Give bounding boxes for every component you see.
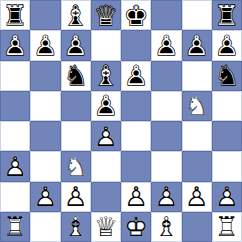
piece-outline-glyph: ♕: [91, 212, 121, 242]
square-g6[interactable]: [182, 61, 212, 91]
piece-outline-glyph: ♖: [0, 0, 30, 30]
piece-outline-glyph: ♗: [61, 212, 91, 242]
square-g8[interactable]: [182, 0, 212, 30]
white-pawn[interactable]: ♟♙: [30, 182, 60, 212]
square-f3[interactable]: [151, 151, 181, 181]
white-rook[interactable]: ♜♖: [212, 212, 242, 242]
square-e2[interactable]: ♟♙: [121, 182, 151, 212]
piece-outline-glyph: ♔: [121, 0, 151, 30]
white-pawn[interactable]: ♟♙: [61, 182, 91, 212]
square-e3[interactable]: [121, 151, 151, 181]
square-g1[interactable]: [182, 212, 212, 242]
square-b2[interactable]: ♟♙: [30, 182, 60, 212]
black-bishop[interactable]: ♝♗: [91, 61, 121, 91]
piece-outline-glyph: ♙: [121, 182, 151, 212]
square-h7[interactable]: ♟♙: [212, 30, 242, 60]
square-f4[interactable]: [151, 121, 181, 151]
black-pawn[interactable]: ♟♙: [0, 30, 30, 60]
piece-outline-glyph: ♙: [30, 30, 60, 60]
white-knight[interactable]: ♞♘: [182, 91, 212, 121]
piece-outline-glyph: ♙: [61, 30, 91, 60]
square-a5[interactable]: [0, 91, 30, 121]
black-pawn[interactable]: ♟♙: [30, 30, 60, 60]
square-h4[interactable]: [212, 121, 242, 151]
black-pawn[interactable]: ♟♙: [61, 30, 91, 60]
piece-outline-glyph: ♖: [0, 212, 30, 242]
square-a3[interactable]: ♟♙: [0, 151, 30, 181]
square-b8[interactable]: [30, 0, 60, 30]
black-bishop[interactable]: ♝♗: [61, 0, 91, 30]
square-g7[interactable]: ♟♙: [182, 30, 212, 60]
white-pawn[interactable]: ♟♙: [121, 182, 151, 212]
black-pawn[interactable]: ♟♙: [212, 30, 242, 60]
piece-outline-glyph: ♙: [182, 182, 212, 212]
black-rook[interactable]: ♜♖: [212, 0, 242, 30]
white-bishop[interactable]: ♝♗: [61, 212, 91, 242]
piece-outline-glyph: ♙: [30, 182, 60, 212]
piece-outline-glyph: ♘: [182, 91, 212, 121]
piece-outline-glyph: ♔: [121, 212, 151, 242]
piece-outline-glyph: ♙: [0, 151, 30, 181]
square-f5[interactable]: [151, 91, 181, 121]
piece-outline-glyph: ♙: [182, 30, 212, 60]
piece-outline-glyph: ♙: [91, 121, 121, 151]
white-knight[interactable]: ♞♘: [61, 151, 91, 181]
white-pawn[interactable]: ♟♙: [182, 182, 212, 212]
piece-outline-glyph: ♗: [91, 61, 121, 91]
square-b5[interactable]: [30, 91, 60, 121]
square-c2[interactable]: ♟♙: [61, 182, 91, 212]
square-f2[interactable]: ♟♙: [151, 182, 181, 212]
square-d6[interactable]: ♝♗: [91, 61, 121, 91]
square-h1[interactable]: ♜♖: [212, 212, 242, 242]
piece-outline-glyph: ♙: [151, 30, 181, 60]
piece-outline-glyph: ♙: [61, 182, 91, 212]
piece-outline-glyph: ♙: [151, 182, 181, 212]
black-king[interactable]: ♚♔: [121, 0, 151, 30]
square-e6[interactable]: ♟♙: [121, 61, 151, 91]
square-d8[interactable]: ♛♕: [91, 0, 121, 30]
piece-outline-glyph: ♗: [151, 212, 181, 242]
square-g5[interactable]: ♞♘: [182, 91, 212, 121]
piece-outline-glyph: ♙: [212, 182, 242, 212]
square-c6[interactable]: ♞♘: [61, 61, 91, 91]
square-b1[interactable]: [30, 212, 60, 242]
white-rook[interactable]: ♜♖: [0, 212, 30, 242]
black-knight[interactable]: ♞♘: [212, 61, 242, 91]
square-f1[interactable]: ♝♗: [151, 212, 181, 242]
square-a6[interactable]: [0, 61, 30, 91]
square-d5[interactable]: ♟♙: [91, 91, 121, 121]
square-d3[interactable]: [91, 151, 121, 181]
square-h8[interactable]: ♜♖: [212, 0, 242, 30]
square-e1[interactable]: ♚♔: [121, 212, 151, 242]
white-pawn[interactable]: ♟♙: [212, 182, 242, 212]
chess-board: ♜♖♝♗♛♕♚♔♜♖♟♙♟♙♟♙♟♙♟♙♟♙♞♘♝♗♟♙♞♘♟♙♞♘♟♙♟♙♞♘…: [0, 0, 242, 242]
piece-outline-glyph: ♙: [0, 30, 30, 60]
white-pawn[interactable]: ♟♙: [91, 121, 121, 151]
piece-outline-glyph: ♗: [61, 0, 91, 30]
square-c1[interactable]: ♝♗: [61, 212, 91, 242]
white-pawn[interactable]: ♟♙: [151, 182, 181, 212]
square-d4[interactable]: ♟♙: [91, 121, 121, 151]
square-h2[interactable]: ♟♙: [212, 182, 242, 212]
square-e7[interactable]: [121, 30, 151, 60]
square-c8[interactable]: ♝♗: [61, 0, 91, 30]
square-g3[interactable]: [182, 151, 212, 181]
square-e8[interactable]: ♚♔: [121, 0, 151, 30]
white-bishop[interactable]: ♝♗: [151, 212, 181, 242]
square-b7[interactable]: ♟♙: [30, 30, 60, 60]
square-f7[interactable]: ♟♙: [151, 30, 181, 60]
piece-outline-glyph: ♕: [91, 0, 121, 30]
square-d7[interactable]: [91, 30, 121, 60]
square-b6[interactable]: [30, 61, 60, 91]
piece-outline-glyph: ♘: [61, 151, 91, 181]
square-c4[interactable]: [61, 121, 91, 151]
black-queen[interactable]: ♛♕: [91, 0, 121, 30]
square-h5[interactable]: [212, 91, 242, 121]
square-f6[interactable]: [151, 61, 181, 91]
black-pawn[interactable]: ♟♙: [121, 61, 151, 91]
square-e5[interactable]: [121, 91, 151, 121]
square-c3[interactable]: ♞♘: [61, 151, 91, 181]
square-b4[interactable]: [30, 121, 60, 151]
square-a2[interactable]: [0, 182, 30, 212]
square-h3[interactable]: [212, 151, 242, 181]
white-pawn[interactable]: ♟♙: [0, 151, 30, 181]
square-a7[interactable]: ♟♙: [0, 30, 30, 60]
piece-outline-glyph: ♖: [212, 0, 242, 30]
square-f8[interactable]: [151, 0, 181, 30]
black-rook[interactable]: ♜♖: [0, 0, 30, 30]
square-g4[interactable]: [182, 121, 212, 151]
piece-outline-glyph: ♙: [91, 91, 121, 121]
square-a4[interactable]: [0, 121, 30, 151]
square-h6[interactable]: ♞♘: [212, 61, 242, 91]
square-c7[interactable]: ♟♙: [61, 30, 91, 60]
square-d2[interactable]: [91, 182, 121, 212]
piece-outline-glyph: ♘: [61, 61, 91, 91]
black-pawn[interactable]: ♟♙: [151, 30, 181, 60]
square-g2[interactable]: ♟♙: [182, 182, 212, 212]
black-pawn[interactable]: ♟♙: [91, 91, 121, 121]
square-a1[interactable]: ♜♖: [0, 212, 30, 242]
square-c5[interactable]: [61, 91, 91, 121]
black-pawn[interactable]: ♟♙: [182, 30, 212, 60]
black-knight[interactable]: ♞♘: [61, 61, 91, 91]
square-e4[interactable]: [121, 121, 151, 151]
square-b3[interactable]: [30, 151, 60, 181]
piece-outline-glyph: ♙: [121, 61, 151, 91]
square-d1[interactable]: ♛♕: [91, 212, 121, 242]
piece-outline-glyph: ♘: [212, 61, 242, 91]
piece-outline-glyph: ♙: [212, 30, 242, 60]
white-king[interactable]: ♚♔: [121, 212, 151, 242]
white-queen[interactable]: ♛♕: [91, 212, 121, 242]
piece-outline-glyph: ♖: [212, 212, 242, 242]
square-a8[interactable]: ♜♖: [0, 0, 30, 30]
